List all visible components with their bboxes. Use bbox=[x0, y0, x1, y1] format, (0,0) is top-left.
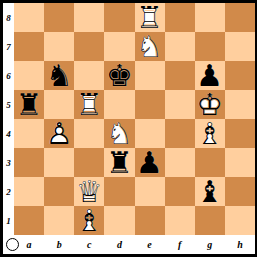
square-g1[interactable] bbox=[195, 206, 225, 235]
file-label-f: f bbox=[165, 239, 195, 250]
square-a4[interactable] bbox=[14, 119, 44, 148]
square-h1[interactable] bbox=[225, 206, 255, 235]
square-f4[interactable] bbox=[165, 119, 195, 148]
square-f3[interactable] bbox=[165, 148, 195, 177]
white-bishop-outline-glyph: ♗ bbox=[195, 119, 225, 148]
rank-labels: 87654321 bbox=[3, 3, 14, 235]
square-c2[interactable]: ♛♕ bbox=[74, 177, 104, 206]
white-queen-outline-glyph: ♕ bbox=[74, 177, 104, 206]
square-e3[interactable]: ♟ bbox=[135, 148, 165, 177]
square-g7[interactable] bbox=[195, 32, 225, 61]
square-g2[interactable]: ♝ bbox=[195, 177, 225, 206]
rank-label-4: 4 bbox=[3, 119, 14, 148]
square-d2[interactable] bbox=[104, 177, 134, 206]
file-label-d: d bbox=[104, 239, 134, 250]
square-e6[interactable] bbox=[135, 61, 165, 90]
white-rook-outline-glyph: ♖ bbox=[135, 3, 165, 32]
rank-label-2: 2 bbox=[3, 177, 14, 206]
square-f8[interactable] bbox=[165, 3, 195, 32]
square-h5[interactable] bbox=[225, 90, 255, 119]
file-label-g: g bbox=[195, 239, 225, 250]
square-d3[interactable]: ♜ bbox=[104, 148, 134, 177]
square-b3[interactable] bbox=[44, 148, 74, 177]
square-d4[interactable]: ♞♘ bbox=[104, 119, 134, 148]
file-label-h: h bbox=[225, 239, 255, 250]
white-knight-outline-glyph: ♘ bbox=[104, 119, 134, 148]
square-g4[interactable]: ♝♗ bbox=[195, 119, 225, 148]
black-knight-glyph: ♞ bbox=[44, 61, 74, 90]
black-king-glyph: ♚ bbox=[104, 61, 134, 90]
square-e7[interactable]: ♞♘ bbox=[135, 32, 165, 61]
rank-label-3: 3 bbox=[3, 148, 14, 177]
square-a2[interactable] bbox=[14, 177, 44, 206]
white-pawn[interactable]: ♟♙ bbox=[44, 119, 74, 148]
square-a5[interactable]: ♜ bbox=[14, 90, 44, 119]
board: ♜♖♞♘♞♚♟♜♜♖♚♔♟♙♞♘♝♗♜♟♛♕♝♝♗ bbox=[14, 3, 255, 235]
black-rook-glyph: ♜ bbox=[14, 90, 44, 119]
square-g8[interactable] bbox=[195, 3, 225, 32]
white-bishop[interactable]: ♝♗ bbox=[74, 206, 104, 235]
black-pawn[interactable]: ♟ bbox=[195, 61, 225, 90]
square-f1[interactable] bbox=[165, 206, 195, 235]
square-h7[interactable] bbox=[225, 32, 255, 61]
square-a3[interactable] bbox=[14, 148, 44, 177]
square-d8[interactable] bbox=[104, 3, 134, 32]
white-rook[interactable]: ♜♖ bbox=[135, 3, 165, 32]
square-b8[interactable] bbox=[44, 3, 74, 32]
square-e1[interactable] bbox=[135, 206, 165, 235]
square-c8[interactable] bbox=[74, 3, 104, 32]
square-c1[interactable]: ♝♗ bbox=[74, 206, 104, 235]
white-knight[interactable]: ♞♘ bbox=[135, 32, 165, 61]
white-rook-outline-glyph: ♖ bbox=[74, 90, 104, 119]
square-d5[interactable] bbox=[104, 90, 134, 119]
square-b2[interactable] bbox=[44, 177, 74, 206]
white-knight-outline-glyph: ♘ bbox=[135, 32, 165, 61]
square-a8[interactable] bbox=[14, 3, 44, 32]
white-rook[interactable]: ♜♖ bbox=[74, 90, 104, 119]
square-b1[interactable] bbox=[44, 206, 74, 235]
black-bishop[interactable]: ♝ bbox=[195, 177, 225, 206]
file-label-e: e bbox=[135, 239, 165, 250]
white-bishop-outline-glyph: ♗ bbox=[74, 206, 104, 235]
black-pawn-glyph: ♟ bbox=[135, 148, 165, 177]
square-f7[interactable] bbox=[165, 32, 195, 61]
square-c4[interactable] bbox=[74, 119, 104, 148]
square-g6[interactable]: ♟ bbox=[195, 61, 225, 90]
square-a1[interactable] bbox=[14, 206, 44, 235]
square-f6[interactable] bbox=[165, 61, 195, 90]
file-label-a: a bbox=[14, 239, 44, 250]
white-pawn-outline-glyph: ♙ bbox=[44, 119, 74, 148]
square-e8[interactable]: ♜♖ bbox=[135, 3, 165, 32]
white-queen[interactable]: ♛♕ bbox=[74, 177, 104, 206]
rank-label-1: 1 bbox=[3, 206, 14, 235]
square-f2[interactable] bbox=[165, 177, 195, 206]
square-h4[interactable] bbox=[225, 119, 255, 148]
black-pawn[interactable]: ♟ bbox=[135, 148, 165, 177]
square-e4[interactable] bbox=[135, 119, 165, 148]
file-label-b: b bbox=[44, 239, 74, 250]
square-c6[interactable] bbox=[74, 61, 104, 90]
square-h6[interactable] bbox=[225, 61, 255, 90]
black-rook[interactable]: ♜ bbox=[104, 148, 134, 177]
black-king[interactable]: ♚ bbox=[104, 61, 134, 90]
square-e5[interactable] bbox=[135, 90, 165, 119]
square-c3[interactable] bbox=[74, 148, 104, 177]
square-h8[interactable] bbox=[225, 3, 255, 32]
square-g3[interactable] bbox=[195, 148, 225, 177]
white-king[interactable]: ♚♔ bbox=[195, 90, 225, 119]
rank-label-7: 7 bbox=[3, 32, 14, 61]
square-h3[interactable] bbox=[225, 148, 255, 177]
black-bishop-glyph: ♝ bbox=[195, 177, 225, 206]
square-d7[interactable] bbox=[104, 32, 134, 61]
black-rook[interactable]: ♜ bbox=[14, 90, 44, 119]
square-b5[interactable] bbox=[44, 90, 74, 119]
square-e2[interactable] bbox=[135, 177, 165, 206]
square-b7[interactable] bbox=[44, 32, 74, 61]
square-d1[interactable] bbox=[104, 206, 134, 235]
black-knight[interactable]: ♞ bbox=[44, 61, 74, 90]
square-c7[interactable] bbox=[74, 32, 104, 61]
square-b6[interactable]: ♞ bbox=[44, 61, 74, 90]
square-g5[interactable]: ♚♔ bbox=[195, 90, 225, 119]
square-b4[interactable]: ♟♙ bbox=[44, 119, 74, 148]
square-f5[interactable] bbox=[165, 90, 195, 119]
file-label-c: c bbox=[74, 239, 104, 250]
square-a7[interactable] bbox=[14, 32, 44, 61]
file-labels: abcdefgh bbox=[3, 235, 255, 254]
white-bishop[interactable]: ♝♗ bbox=[195, 119, 225, 148]
rank-label-8: 8 bbox=[3, 3, 14, 32]
square-d6[interactable]: ♚ bbox=[104, 61, 134, 90]
rank-label-5: 5 bbox=[3, 90, 14, 119]
square-h2[interactable] bbox=[225, 177, 255, 206]
square-a6[interactable] bbox=[14, 61, 44, 90]
white-knight[interactable]: ♞♘ bbox=[104, 119, 134, 148]
square-c5[interactable]: ♜♖ bbox=[74, 90, 104, 119]
black-pawn-glyph: ♟ bbox=[195, 61, 225, 90]
chess-diagram: 87654321 ♜♖♞♘♞♚♟♜♜♖♚♔♟♙♞♘♝♗♜♟♛♕♝♝♗ abcde… bbox=[0, 0, 257, 257]
rank-label-6: 6 bbox=[3, 61, 14, 90]
black-rook-glyph: ♜ bbox=[104, 148, 134, 177]
white-king-outline-glyph: ♔ bbox=[195, 90, 225, 119]
